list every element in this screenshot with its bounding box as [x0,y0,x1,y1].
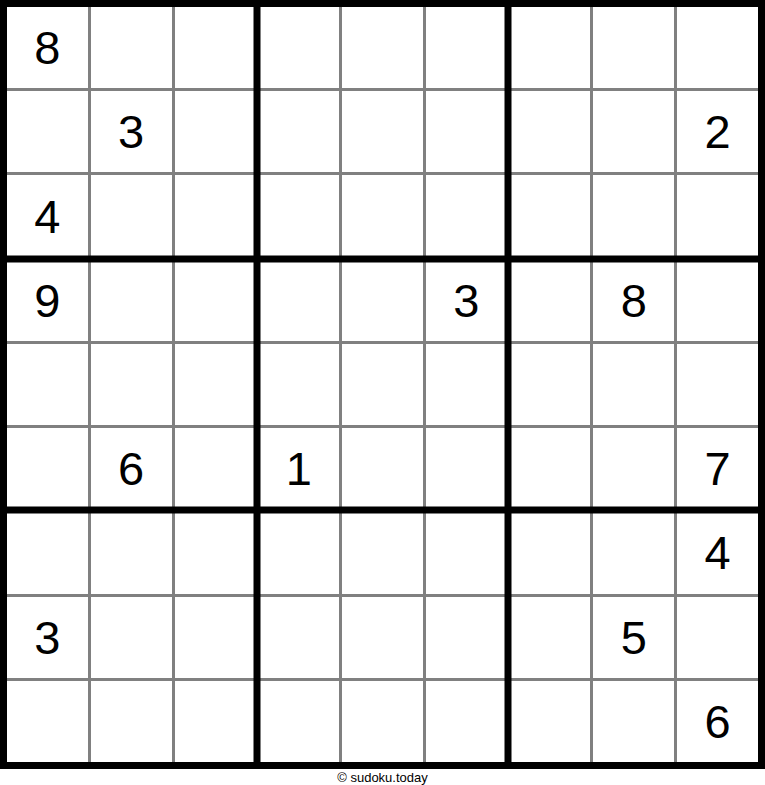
cell-r8c3[interactable] [175,597,256,678]
cell-r6c8[interactable] [593,428,674,509]
cell-r9c6[interactable] [426,681,507,762]
cell-r8c6[interactable] [426,597,507,678]
cell-r5c8[interactable] [593,344,674,425]
cell-r5c1[interactable] [7,344,88,425]
cell-r1c8[interactable] [593,7,674,88]
cell-r4c8[interactable]: 8 [593,260,674,341]
cell-r7c2[interactable] [91,512,172,593]
cell-r4c7[interactable] [510,260,591,341]
sudoku-page: 83249386174356 © sudoku.today [0,0,765,785]
cell-r2c9[interactable]: 2 [677,91,758,172]
cell-r7c9[interactable]: 4 [677,512,758,593]
cell-r3c1[interactable]: 4 [7,175,88,256]
cell-r3c8[interactable] [593,175,674,256]
cell-r2c1[interactable] [7,91,88,172]
cell-r1c4[interactable] [258,7,339,88]
cell-r5c9[interactable] [677,344,758,425]
footer: © sudoku.today [0,769,765,785]
cell-r1c3[interactable] [175,7,256,88]
cell-r2c4[interactable] [258,91,339,172]
cell-r4c4[interactable] [258,260,339,341]
cell-r3c5[interactable] [342,175,423,256]
cell-r7c7[interactable] [510,512,591,593]
cell-r1c9[interactable] [677,7,758,88]
cell-r3c2[interactable] [91,175,172,256]
cell-r8c7[interactable] [510,597,591,678]
cell-r4c2[interactable] [91,260,172,341]
cell-r8c9[interactable] [677,597,758,678]
sudoku-board: 83249386174356 [0,0,765,769]
cell-r6c3[interactable] [175,428,256,509]
cell-r1c2[interactable] [91,7,172,88]
cell-r2c7[interactable] [510,91,591,172]
cell-r7c6[interactable] [426,512,507,593]
cell-r4c6[interactable]: 3 [426,260,507,341]
cell-r9c5[interactable] [342,681,423,762]
cell-r9c3[interactable] [175,681,256,762]
cell-r2c3[interactable] [175,91,256,172]
cell-r1c1[interactable]: 8 [7,7,88,88]
cell-r7c8[interactable] [593,512,674,593]
cell-r8c5[interactable] [342,597,423,678]
cell-r1c7[interactable] [510,7,591,88]
cell-r2c2[interactable]: 3 [91,91,172,172]
cell-r8c8[interactable]: 5 [593,597,674,678]
cell-r4c5[interactable] [342,260,423,341]
cell-r4c1[interactable]: 9 [7,260,88,341]
cell-r9c4[interactable] [258,681,339,762]
cell-r3c3[interactable] [175,175,256,256]
sudoku-grid: 83249386174356 [7,7,758,762]
cell-r7c4[interactable] [258,512,339,593]
cell-r7c3[interactable] [175,512,256,593]
cell-r6c7[interactable] [510,428,591,509]
cell-r7c1[interactable] [7,512,88,593]
cell-r7c5[interactable] [342,512,423,593]
cell-r9c1[interactable] [7,681,88,762]
cell-r6c9[interactable]: 7 [677,428,758,509]
cell-r3c7[interactable] [510,175,591,256]
cell-r9c8[interactable] [593,681,674,762]
cell-r9c9[interactable]: 6 [677,681,758,762]
cell-r3c9[interactable] [677,175,758,256]
cell-r6c1[interactable] [7,428,88,509]
cell-r9c7[interactable] [510,681,591,762]
cell-r2c8[interactable] [593,91,674,172]
cell-r5c5[interactable] [342,344,423,425]
cell-r8c1[interactable]: 3 [7,597,88,678]
cell-r5c3[interactable] [175,344,256,425]
cell-r5c7[interactable] [510,344,591,425]
cell-r1c5[interactable] [342,7,423,88]
cell-r4c3[interactable] [175,260,256,341]
site-credit: © sudoku.today [337,770,428,785]
cell-r5c4[interactable] [258,344,339,425]
cell-r8c2[interactable] [91,597,172,678]
cell-r5c6[interactable] [426,344,507,425]
cell-r3c4[interactable] [258,175,339,256]
cell-r9c2[interactable] [91,681,172,762]
cell-r2c6[interactable] [426,91,507,172]
cell-r6c6[interactable] [426,428,507,509]
cell-r5c2[interactable] [91,344,172,425]
cell-r1c6[interactable] [426,7,507,88]
cell-r6c4[interactable]: 1 [258,428,339,509]
cell-r6c2[interactable]: 6 [91,428,172,509]
cell-r2c5[interactable] [342,91,423,172]
cell-r6c5[interactable] [342,428,423,509]
cell-r4c9[interactable] [677,260,758,341]
cell-r8c4[interactable] [258,597,339,678]
cell-r3c6[interactable] [426,175,507,256]
